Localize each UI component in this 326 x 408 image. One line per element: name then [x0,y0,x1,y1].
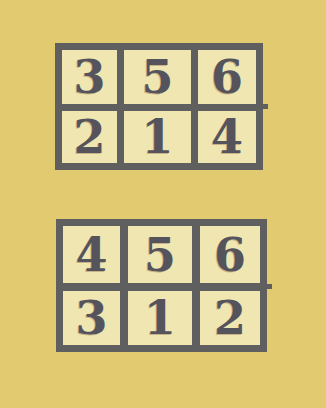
bottom-grid-cell-r1c1: 4 [63,226,120,283]
bottom-grid-cell-r1c3: 6 [200,226,260,283]
puzzle-canvas: 3 5 6 2 1 4 4 5 6 3 1 2 [0,0,326,408]
top-grid-cell-r1c2: 5 [124,50,191,104]
top-grid: 3 5 6 2 1 4 [55,43,263,170]
top-grid-cell-r1c3: 6 [198,50,256,104]
bottom-grid-cell-r2c3: 2 [200,291,260,345]
grid-border-tick [266,284,272,289]
grid-border-tick [262,104,268,109]
bottom-grid-cell-r2c2: 1 [128,291,192,345]
bottom-grid-cell-r2c1: 3 [63,291,120,345]
bottom-grid-cell-r1c2: 5 [128,226,192,283]
top-grid-cell-r2c3: 4 [198,111,256,163]
top-grid-cell-r2c1: 2 [62,111,117,163]
top-grid-cell-r2c2: 1 [124,111,191,163]
bottom-grid: 4 5 6 3 1 2 [56,219,267,352]
top-grid-cell-r1c1: 3 [62,50,117,104]
